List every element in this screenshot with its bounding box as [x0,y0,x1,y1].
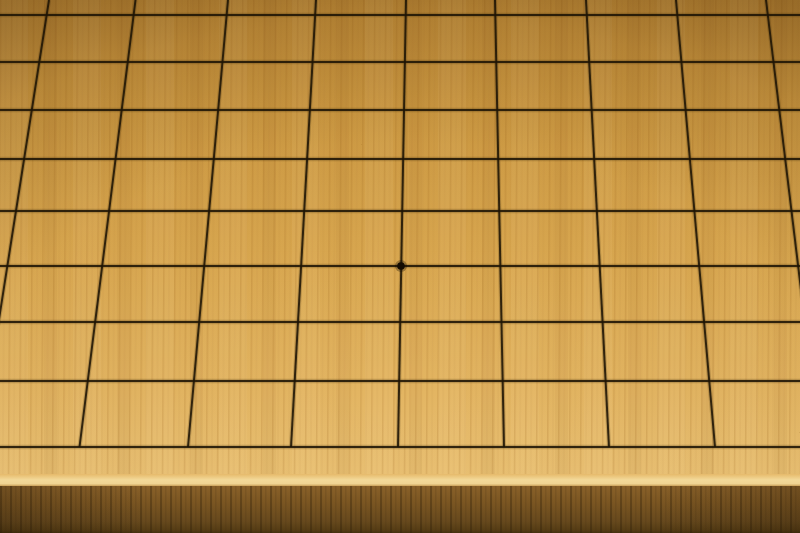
board-front-side [0,486,800,533]
go-board [0,0,800,533]
star-point-hoshi [395,260,407,272]
goban-photo [0,0,800,533]
board-front-edge-highlight [0,474,800,487]
